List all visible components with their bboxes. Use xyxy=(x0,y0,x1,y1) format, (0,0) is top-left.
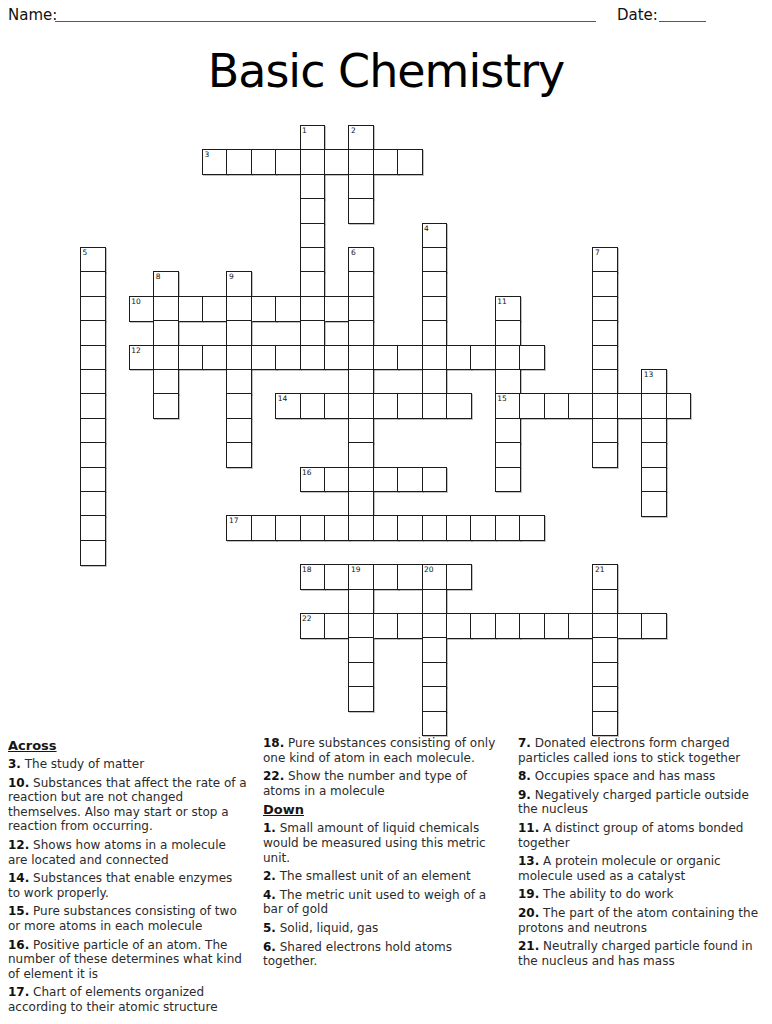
grid-cell-r12c23 xyxy=(641,418,667,444)
clue-down-1: 1. Small amount of liquid chemicals woul… xyxy=(263,821,503,865)
grid-cell-r21c11 xyxy=(348,637,374,663)
cell-number-12: 12 xyxy=(131,347,141,355)
clue-number: 7. xyxy=(518,736,531,750)
grid-cell-r2c9 xyxy=(300,174,326,200)
grid-cell-r20c11 xyxy=(348,613,374,639)
clue-number: 6. xyxy=(263,940,276,954)
grid-cell-r6c11 xyxy=(348,271,374,297)
cell-number-22: 22 xyxy=(302,615,312,623)
grid-cell-r9c15 xyxy=(446,345,472,371)
clue-down-5: 5. Solid, liquid, gas xyxy=(263,921,503,936)
grid-cell-r14c17 xyxy=(495,467,521,493)
clue-number: 18. xyxy=(263,736,284,750)
grid-cell-r9c17 xyxy=(495,345,521,371)
grid-cell-r6c14 xyxy=(422,271,448,297)
grid-cell-r11c3 xyxy=(153,393,179,419)
grid-cell-r16c17 xyxy=(495,515,521,541)
grid-cell-r9c21 xyxy=(592,345,618,371)
grid-cell-r1c8 xyxy=(275,149,301,175)
cell-number-14: 14 xyxy=(278,395,288,403)
clue-number: 20. xyxy=(518,906,539,920)
grid-cell-r24c21 xyxy=(592,711,618,737)
clue-number: 9. xyxy=(518,788,531,802)
grid-cell-r13c11 xyxy=(348,442,374,468)
grid-cell-r20c22 xyxy=(617,613,643,639)
grid-cell-r19c14 xyxy=(422,589,448,615)
grid-cell-r1c12 xyxy=(373,149,399,175)
grid-cell-r13c23 xyxy=(641,442,667,468)
grid-cell-r16c0 xyxy=(80,515,106,541)
grid-cell-r7c8 xyxy=(275,296,301,322)
grid-cell-r8c14 xyxy=(422,320,448,346)
grid-cell-r22c21 xyxy=(592,662,618,688)
grid-cell-r11c6 xyxy=(226,393,252,419)
date-input-line xyxy=(659,7,706,22)
grid-cell-r5c14 xyxy=(422,247,448,273)
crossword-grid: 12345678910111213141516171819202122 xyxy=(80,125,692,737)
grid-cell-r5c9 xyxy=(300,247,326,273)
grid-cell-r11c19 xyxy=(544,393,570,419)
grid-cell-r1c6 xyxy=(226,149,252,175)
clue-number: 2. xyxy=(263,869,276,883)
clue-across-22: 22. Show the number and type of atoms in… xyxy=(263,769,503,798)
grid-cell-r18c13 xyxy=(397,564,423,590)
date-label: Date: xyxy=(617,6,658,24)
clue-number: 17. xyxy=(8,985,29,999)
grid-cell-r8c17 xyxy=(495,320,521,346)
grid-cell-r20c12 xyxy=(373,613,399,639)
grid-cell-r1c7 xyxy=(251,149,277,175)
cell-number-17: 17 xyxy=(229,517,239,525)
clue-down-4: 4. The metric unit used to weigh of a ba… xyxy=(263,888,503,917)
grid-cell-r11c24 xyxy=(666,393,692,419)
clue-across-3: 3. The study of matter xyxy=(8,757,248,772)
clue-down-9: 9. Negatively charged particle outside t… xyxy=(518,788,769,817)
grid-cell-r7c4 xyxy=(178,296,204,322)
grid-cell-r1c9 xyxy=(300,149,326,175)
grid-cell-r11c13 xyxy=(397,393,423,419)
cell-number-5: 5 xyxy=(83,249,88,257)
grid-cell-r1c13 xyxy=(397,149,423,175)
grid-cell-r10c6 xyxy=(226,369,252,395)
grid-cell-r6c0 xyxy=(80,271,106,297)
grid-cell-r20c15 xyxy=(446,613,472,639)
grid-cell-r14c10 xyxy=(324,467,350,493)
clue-number: 4. xyxy=(263,888,276,902)
grid-cell-r13c21 xyxy=(592,442,618,468)
grid-cell-r9c4 xyxy=(178,345,204,371)
grid-cell-r16c14 xyxy=(422,515,448,541)
cell-number-8: 8 xyxy=(156,273,161,281)
clue-across-18: 18. Pure substances consisting of only o… xyxy=(263,736,503,765)
grid-cell-r23c21 xyxy=(592,686,618,712)
grid-cell-r21c21 xyxy=(592,637,618,663)
grid-cell-r20c19 xyxy=(544,613,570,639)
grid-cell-r9c18 xyxy=(519,345,545,371)
grid-cell-r16c8 xyxy=(275,515,301,541)
grid-cell-r20c21 xyxy=(592,613,618,639)
clue-number: 19. xyxy=(518,887,539,901)
grid-cell-r8c11 xyxy=(348,320,374,346)
grid-cell-r3c9 xyxy=(300,198,326,224)
grid-cell-r7c9 xyxy=(300,296,326,322)
clue-down-21: 21. Neutrally charged particle found in … xyxy=(518,939,769,968)
grid-cell-r12c17 xyxy=(495,418,521,444)
clue-down-8: 8. Occupies space and has mass xyxy=(518,769,769,784)
cell-number-10: 10 xyxy=(131,298,141,306)
grid-cell-r18c10 xyxy=(324,564,350,590)
grid-cell-r11c10 xyxy=(324,393,350,419)
grid-cell-r8c0 xyxy=(80,320,106,346)
cell-number-7: 7 xyxy=(595,249,600,257)
grid-cell-r12c21 xyxy=(592,418,618,444)
grid-cell-r8c9 xyxy=(300,320,326,346)
grid-cell-r10c3 xyxy=(153,369,179,395)
cell-number-6: 6 xyxy=(351,249,356,257)
grid-cell-r18c12 xyxy=(373,564,399,590)
grid-cell-r19c21 xyxy=(592,589,618,615)
cell-number-18: 18 xyxy=(302,566,312,574)
grid-cell-r15c0 xyxy=(80,491,106,517)
grid-cell-r20c17 xyxy=(495,613,521,639)
clue-across-12: 12. Shows how atoms in a molecule are lo… xyxy=(8,838,248,867)
grid-cell-r16c18 xyxy=(519,515,545,541)
grid-cell-r16c16 xyxy=(470,515,496,541)
grid-cell-r10c0 xyxy=(80,369,106,395)
name-input-line xyxy=(55,7,596,22)
clue-number: 8. xyxy=(518,769,531,783)
grid-cell-r16c12 xyxy=(373,515,399,541)
grid-cell-r14c23 xyxy=(641,467,667,493)
grid-cell-r13c0 xyxy=(80,442,106,468)
grid-cell-r18c15 xyxy=(446,564,472,590)
clue-down-13: 13. A protein molecule or organic molecu… xyxy=(518,854,769,883)
grid-cell-r14c14 xyxy=(422,467,448,493)
grid-cell-r9c3 xyxy=(153,345,179,371)
clues-heading-down: Down xyxy=(263,802,503,817)
grid-cell-r15c11 xyxy=(348,491,374,517)
clue-number: 16. xyxy=(8,938,29,952)
grid-cell-r7c5 xyxy=(202,296,228,322)
grid-cell-r11c0 xyxy=(80,393,106,419)
grid-cell-r16c13 xyxy=(397,515,423,541)
grid-cell-r11c15 xyxy=(446,393,472,419)
grid-cell-r11c21 xyxy=(592,393,618,419)
grid-cell-r11c20 xyxy=(568,393,594,419)
grid-cell-r9c6 xyxy=(226,345,252,371)
grid-cell-r16c11 xyxy=(348,515,374,541)
grid-cell-r14c13 xyxy=(397,467,423,493)
grid-cell-r22c14 xyxy=(422,662,448,688)
clue-number: 10. xyxy=(8,776,29,790)
grid-cell-r20c14 xyxy=(422,613,448,639)
grid-cell-r19c11 xyxy=(348,589,374,615)
grid-cell-r22c11 xyxy=(348,662,374,688)
clue-down-7: 7. Donated electrons form charged partic… xyxy=(518,736,769,765)
grid-cell-r14c0 xyxy=(80,467,106,493)
grid-cell-r7c6 xyxy=(226,296,252,322)
grid-cell-r11c11 xyxy=(348,393,374,419)
grid-cell-r14c11 xyxy=(348,467,374,493)
clue-down-19: 19. The ability to do work xyxy=(518,887,769,902)
grid-cell-r21c14 xyxy=(422,637,448,663)
cell-number-21: 21 xyxy=(595,566,605,574)
clue-down-6: 6. Shared electrons hold atoms together. xyxy=(263,940,503,969)
cell-number-13: 13 xyxy=(644,371,654,379)
clues-heading-across: Across xyxy=(8,738,248,753)
clue-number: 14. xyxy=(8,871,29,885)
grid-cell-r20c18 xyxy=(519,613,545,639)
cell-number-15: 15 xyxy=(497,395,507,403)
grid-cell-r13c6 xyxy=(226,442,252,468)
cell-number-2: 2 xyxy=(351,127,356,135)
grid-cell-r9c12 xyxy=(373,345,399,371)
cell-number-19: 19 xyxy=(351,566,361,574)
clue-number: 11. xyxy=(518,821,539,835)
grid-cell-r16c10 xyxy=(324,515,350,541)
grid-cell-r11c14 xyxy=(422,393,448,419)
clue-column-1: Across3. The study of matter10. Substanc… xyxy=(8,736,248,1019)
cell-number-11: 11 xyxy=(497,298,507,306)
grid-cell-r9c13 xyxy=(397,345,423,371)
grid-cell-r13c17 xyxy=(495,442,521,468)
name-label: Name: xyxy=(8,6,57,24)
grid-cell-r9c16 xyxy=(470,345,496,371)
grid-cell-r9c10 xyxy=(324,345,350,371)
grid-cell-r6c9 xyxy=(300,271,326,297)
grid-cell-r9c14 xyxy=(422,345,448,371)
clue-number: 22. xyxy=(263,769,284,783)
worksheet-page: Name: Date: Basic Chemistry 123456789101… xyxy=(0,0,772,1024)
grid-cell-r6c21 xyxy=(592,271,618,297)
grid-cell-r7c7 xyxy=(251,296,277,322)
grid-cell-r9c11 xyxy=(348,345,374,371)
grid-cell-r16c9 xyxy=(300,515,326,541)
grid-cell-r9c9 xyxy=(300,345,326,371)
cell-number-4: 4 xyxy=(424,225,429,233)
grid-cell-r4c9 xyxy=(300,223,326,249)
grid-cell-r2c11 xyxy=(348,174,374,200)
grid-cell-r9c5 xyxy=(202,345,228,371)
grid-cell-r10c17 xyxy=(495,369,521,395)
grid-cell-r11c23 xyxy=(641,393,667,419)
clue-number: 15. xyxy=(8,904,29,918)
grid-cell-r12c6 xyxy=(226,418,252,444)
grid-cell-r23c14 xyxy=(422,686,448,712)
grid-cell-r7c11 xyxy=(348,296,374,322)
grid-cell-r11c12 xyxy=(373,393,399,419)
grid-cell-r11c22 xyxy=(617,393,643,419)
grid-cell-r1c10 xyxy=(324,149,350,175)
grid-cell-r7c3 xyxy=(153,296,179,322)
page-title: Basic Chemistry xyxy=(0,44,772,98)
grid-cell-r1c11 xyxy=(348,149,374,175)
grid-cell-r8c6 xyxy=(226,320,252,346)
clue-column-2: 18. Pure substances consisting of only o… xyxy=(263,736,503,973)
clue-number: 12. xyxy=(8,838,29,852)
grid-cell-r7c0 xyxy=(80,296,106,322)
grid-cell-r9c0 xyxy=(80,345,106,371)
grid-cell-r10c21 xyxy=(592,369,618,395)
clue-number: 3. xyxy=(8,757,21,771)
clue-number: 5. xyxy=(263,921,276,935)
grid-cell-r10c14 xyxy=(422,369,448,395)
grid-cell-r11c9 xyxy=(300,393,326,419)
grid-cell-r9c7 xyxy=(251,345,277,371)
grid-cell-r20c23 xyxy=(641,613,667,639)
clue-down-20: 20. The part of the atom containing the … xyxy=(518,906,769,935)
grid-cell-r20c16 xyxy=(470,613,496,639)
grid-cell-r14c12 xyxy=(373,467,399,493)
grid-cell-r15c23 xyxy=(641,491,667,517)
clue-across-10: 10. Substances that affect the rate of a… xyxy=(8,776,248,834)
clue-across-16: 16. Positive particle of an atom. The nu… xyxy=(8,938,248,982)
clue-column-3: 7. Donated electrons form charged partic… xyxy=(518,736,769,972)
grid-cell-r20c10 xyxy=(324,613,350,639)
clue-across-17: 17. Chart of elements organized accordin… xyxy=(8,985,248,1014)
grid-cell-r11c18 xyxy=(519,393,545,419)
cell-number-3: 3 xyxy=(205,151,210,159)
clue-number: 13. xyxy=(518,854,539,868)
grid-cell-r24c14 xyxy=(422,711,448,737)
grid-cell-r12c11 xyxy=(348,418,374,444)
grid-cell-r8c21 xyxy=(592,320,618,346)
clue-across-15: 15. Pure substances consisting of two or… xyxy=(8,904,248,933)
grid-cell-r16c7 xyxy=(251,515,277,541)
clue-across-14: 14. Substances that enable enzymes to wo… xyxy=(8,871,248,900)
clue-number: 21. xyxy=(518,939,539,953)
grid-cell-r20c13 xyxy=(397,613,423,639)
grid-cell-r8c3 xyxy=(153,320,179,346)
clue-down-11: 11. A distinct group of atoms bonded tog… xyxy=(518,821,769,850)
grid-cell-r23c11 xyxy=(348,686,374,712)
grid-cell-r20c20 xyxy=(568,613,594,639)
cell-number-9: 9 xyxy=(229,273,234,281)
grid-cell-r9c8 xyxy=(275,345,301,371)
grid-cell-r10c11 xyxy=(348,369,374,395)
cell-number-16: 16 xyxy=(302,469,312,477)
grid-cell-r17c0 xyxy=(80,540,106,566)
cell-number-1: 1 xyxy=(302,127,307,135)
cell-number-20: 20 xyxy=(424,566,434,574)
grid-cell-r7c21 xyxy=(592,296,618,322)
grid-cell-r16c15 xyxy=(446,515,472,541)
clue-down-2: 2. The smallest unit of an element xyxy=(263,869,503,884)
grid-cell-r7c10 xyxy=(324,296,350,322)
clue-number: 1. xyxy=(263,821,276,835)
grid-cell-r7c14 xyxy=(422,296,448,322)
grid-cell-r3c11 xyxy=(348,198,374,224)
grid-cell-r12c0 xyxy=(80,418,106,444)
